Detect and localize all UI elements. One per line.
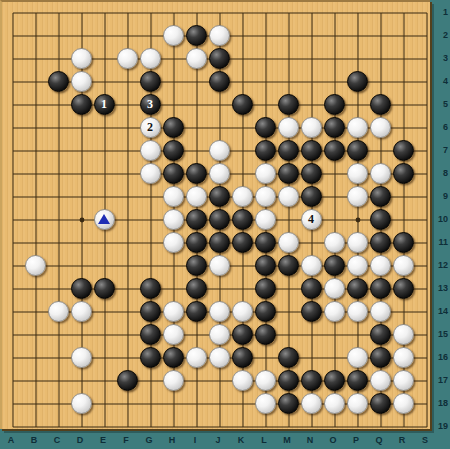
- stone-black[interactable]: [140, 301, 161, 322]
- stone-black[interactable]: [48, 71, 69, 92]
- stone-white[interactable]: [163, 324, 184, 345]
- stone-black[interactable]: [71, 278, 92, 299]
- stone-black[interactable]: 3: [140, 94, 161, 115]
- stone-black[interactable]: [232, 232, 253, 253]
- stone-white[interactable]: [324, 278, 345, 299]
- stone-black[interactable]: [140, 324, 161, 345]
- column-label: K: [231, 435, 251, 445]
- stone-black[interactable]: [255, 117, 276, 138]
- stone-black[interactable]: [255, 140, 276, 161]
- stone-black[interactable]: [370, 324, 391, 345]
- stone-white[interactable]: [94, 209, 115, 230]
- stone-white[interactable]: [140, 140, 161, 161]
- stone-white[interactable]: [347, 186, 368, 207]
- stone-white[interactable]: [209, 324, 230, 345]
- row-label: 19: [430, 421, 448, 431]
- row-label: 7: [430, 145, 448, 155]
- stone-white[interactable]: [347, 301, 368, 322]
- stone-black[interactable]: [163, 140, 184, 161]
- stone-white[interactable]: [278, 186, 299, 207]
- column-label: C: [47, 435, 67, 445]
- stone-white[interactable]: [186, 347, 207, 368]
- stone-black[interactable]: [255, 324, 276, 345]
- column-label: H: [162, 435, 182, 445]
- stone-black[interactable]: [140, 71, 161, 92]
- stone-black[interactable]: [301, 186, 322, 207]
- stone-black[interactable]: [71, 94, 92, 115]
- stone-white[interactable]: [209, 301, 230, 322]
- column-label: E: [93, 435, 113, 445]
- column-label: S: [415, 435, 435, 445]
- column-label: J: [208, 435, 228, 445]
- stone-white[interactable]: [71, 393, 92, 414]
- stone-white[interactable]: [209, 255, 230, 276]
- stone-black[interactable]: [255, 255, 276, 276]
- stone-white[interactable]: [393, 324, 414, 345]
- row-label: 2: [430, 30, 448, 40]
- stone-white[interactable]: [347, 255, 368, 276]
- stone-white[interactable]: [347, 117, 368, 138]
- stone-white[interactable]: [163, 186, 184, 207]
- stone-black[interactable]: [370, 278, 391, 299]
- stone-white[interactable]: [140, 48, 161, 69]
- stone-white[interactable]: [232, 186, 253, 207]
- stone-black[interactable]: [324, 117, 345, 138]
- stone-black[interactable]: [370, 209, 391, 230]
- stone-white[interactable]: [324, 232, 345, 253]
- stone-white[interactable]: [370, 117, 391, 138]
- stone-white[interactable]: [186, 48, 207, 69]
- goban[interactable]: 1324: [0, 0, 430, 429]
- stone-white[interactable]: [347, 232, 368, 253]
- stone-black[interactable]: [209, 209, 230, 230]
- stone-black[interactable]: [393, 140, 414, 161]
- stone-black[interactable]: [186, 255, 207, 276]
- stone-black[interactable]: [186, 232, 207, 253]
- stone-white[interactable]: [255, 163, 276, 184]
- stone-white[interactable]: [324, 393, 345, 414]
- stone-black[interactable]: [370, 347, 391, 368]
- stone-white[interactable]: [25, 255, 46, 276]
- row-label: 9: [430, 191, 448, 201]
- stone-white[interactable]: [163, 232, 184, 253]
- stone-black[interactable]: [301, 140, 322, 161]
- stone-black[interactable]: [370, 186, 391, 207]
- column-label: R: [392, 435, 412, 445]
- stone-black[interactable]: [393, 232, 414, 253]
- stone-black[interactable]: [370, 393, 391, 414]
- stone-black[interactable]: [301, 301, 322, 322]
- stone-white[interactable]: [209, 163, 230, 184]
- stone-black[interactable]: [186, 301, 207, 322]
- stone-white[interactable]: [232, 370, 253, 391]
- stone-white[interactable]: [393, 255, 414, 276]
- row-label: 18: [430, 398, 448, 408]
- stone-black[interactable]: [301, 278, 322, 299]
- row-label: 6: [430, 122, 448, 132]
- stone-white[interactable]: [163, 301, 184, 322]
- column-label: Q: [369, 435, 389, 445]
- stone-black[interactable]: [163, 117, 184, 138]
- stone-black[interactable]: [278, 370, 299, 391]
- row-label: 4: [430, 76, 448, 86]
- stone-white[interactable]: 2: [140, 117, 161, 138]
- stone-black[interactable]: [232, 209, 253, 230]
- row-label: 16: [430, 352, 448, 362]
- stone-black[interactable]: [255, 278, 276, 299]
- stone-black[interactable]: [186, 209, 207, 230]
- row-label: 14: [430, 306, 448, 316]
- go-board-app: 1324 ABCDEFGHIJKLMNOPQRS 123456789101112…: [0, 0, 450, 449]
- stone-black[interactable]: 1: [94, 94, 115, 115]
- stone-black[interactable]: [140, 347, 161, 368]
- stone-black[interactable]: [324, 140, 345, 161]
- stone-white[interactable]: [163, 370, 184, 391]
- row-label: 13: [430, 283, 448, 293]
- stone-black[interactable]: [255, 301, 276, 322]
- stone-black[interactable]: [209, 71, 230, 92]
- column-label: B: [24, 435, 44, 445]
- stone-white[interactable]: [209, 25, 230, 46]
- stone-white[interactable]: [370, 255, 391, 276]
- stone-black[interactable]: [347, 71, 368, 92]
- stone-black[interactable]: [393, 163, 414, 184]
- stone-white[interactable]: [232, 301, 253, 322]
- stone-white[interactable]: [301, 117, 322, 138]
- stone-black[interactable]: [370, 94, 391, 115]
- stone-white[interactable]: [347, 163, 368, 184]
- column-label: G: [139, 435, 159, 445]
- stone-black[interactable]: [232, 94, 253, 115]
- stone-black[interactable]: [278, 347, 299, 368]
- stone-black[interactable]: [347, 370, 368, 391]
- stone-black[interactable]: [278, 140, 299, 161]
- stone-black[interactable]: [209, 232, 230, 253]
- stone-black[interactable]: [278, 163, 299, 184]
- stone-black[interactable]: [301, 163, 322, 184]
- move-number-label: 1: [101, 98, 107, 110]
- stone-white[interactable]: [48, 301, 69, 322]
- stone-black[interactable]: [370, 232, 391, 253]
- stone-black[interactable]: [278, 255, 299, 276]
- row-label: 1: [430, 7, 448, 17]
- stone-white[interactable]: [370, 301, 391, 322]
- row-label: 17: [430, 375, 448, 385]
- stone-white[interactable]: [71, 71, 92, 92]
- column-label: O: [323, 435, 343, 445]
- stone-white[interactable]: [393, 370, 414, 391]
- stone-black[interactable]: [278, 94, 299, 115]
- stone-black[interactable]: [232, 347, 253, 368]
- stone-white[interactable]: [370, 370, 391, 391]
- column-label: N: [300, 435, 320, 445]
- row-label: 11: [430, 237, 448, 247]
- stone-black[interactable]: [255, 232, 276, 253]
- stone-black[interactable]: [324, 94, 345, 115]
- stone-white[interactable]: [209, 140, 230, 161]
- stone-white[interactable]: [255, 370, 276, 391]
- stone-white[interactable]: [117, 48, 138, 69]
- stone-white[interactable]: [140, 163, 161, 184]
- stone-black[interactable]: [232, 324, 253, 345]
- stone-white[interactable]: [255, 186, 276, 207]
- row-label: 15: [430, 329, 448, 339]
- stone-white[interactable]: [347, 393, 368, 414]
- stone-white[interactable]: [71, 301, 92, 322]
- column-label: M: [277, 435, 297, 445]
- row-label: 3: [430, 53, 448, 63]
- row-label: 12: [430, 260, 448, 270]
- stone-white[interactable]: [278, 232, 299, 253]
- triangle-mark-icon: [98, 214, 110, 224]
- stone-black[interactable]: [163, 347, 184, 368]
- stone-black[interactable]: [301, 370, 322, 391]
- stone-white[interactable]: [301, 393, 322, 414]
- stone-black[interactable]: [140, 278, 161, 299]
- stone-black[interactable]: [347, 278, 368, 299]
- move-number-label: 2: [147, 121, 153, 133]
- stone-white[interactable]: [370, 163, 391, 184]
- stone-black[interactable]: [94, 278, 115, 299]
- column-label: I: [185, 435, 205, 445]
- stone-white[interactable]: [163, 25, 184, 46]
- stone-white[interactable]: [71, 48, 92, 69]
- stone-white[interactable]: [278, 117, 299, 138]
- stone-white[interactable]: 4: [301, 209, 322, 230]
- star-point: [356, 218, 361, 223]
- stone-black[interactable]: [393, 278, 414, 299]
- star-point: [80, 218, 85, 223]
- stone-white[interactable]: [301, 255, 322, 276]
- stone-white[interactable]: [324, 301, 345, 322]
- stone-black[interactable]: [324, 370, 345, 391]
- stone-black[interactable]: [117, 370, 138, 391]
- stone-white[interactable]: [393, 393, 414, 414]
- stone-black[interactable]: [186, 163, 207, 184]
- stone-black[interactable]: [324, 255, 345, 276]
- column-label: L: [254, 435, 274, 445]
- column-label: F: [116, 435, 136, 445]
- stone-white[interactable]: [71, 347, 92, 368]
- row-label: 8: [430, 168, 448, 178]
- column-label: P: [346, 435, 366, 445]
- stone-black[interactable]: [209, 186, 230, 207]
- move-number-label: 3: [147, 98, 153, 110]
- stone-black[interactable]: [278, 393, 299, 414]
- row-label: 10: [430, 214, 448, 224]
- stone-black[interactable]: [186, 278, 207, 299]
- stone-black[interactable]: [209, 48, 230, 69]
- stone-black[interactable]: [163, 163, 184, 184]
- stone-white[interactable]: [255, 209, 276, 230]
- row-label: 5: [430, 99, 448, 109]
- move-number-label: 4: [308, 213, 314, 225]
- column-label: A: [1, 435, 21, 445]
- stone-white[interactable]: [209, 347, 230, 368]
- stone-white[interactable]: [255, 393, 276, 414]
- stone-white[interactable]: [347, 347, 368, 368]
- stone-white[interactable]: [393, 347, 414, 368]
- stone-white[interactable]: [186, 186, 207, 207]
- stone-white[interactable]: [163, 209, 184, 230]
- column-label: D: [70, 435, 90, 445]
- stone-black[interactable]: [186, 25, 207, 46]
- stone-black[interactable]: [347, 140, 368, 161]
